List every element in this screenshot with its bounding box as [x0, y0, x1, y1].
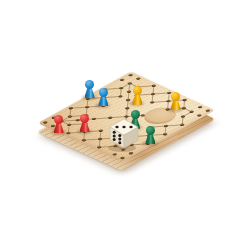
die-pip: [112, 134, 115, 137]
die-pip: [118, 134, 121, 137]
die[interactable]: [108, 117, 142, 153]
peg-head: [171, 92, 180, 101]
die-pip: [118, 137, 121, 140]
scene: [0, 0, 243, 243]
peg-head: [80, 114, 89, 123]
peg-blue[interactable]: [83, 80, 97, 99]
die-pip: [129, 126, 132, 128]
peg-head: [85, 80, 94, 89]
peg-green[interactable]: [143, 126, 157, 145]
die-pip: [115, 126, 118, 128]
track-line: [137, 82, 192, 108]
die-pip: [112, 138, 115, 141]
die-pip: [112, 131, 115, 134]
peg-red[interactable]: [52, 115, 66, 134]
peg-head: [54, 115, 63, 124]
peg-yellow[interactable]: [130, 86, 144, 105]
peg-head: [146, 126, 155, 135]
die-pip: [118, 141, 121, 144]
peg-red[interactable]: [78, 114, 92, 133]
peg-yellow[interactable]: [169, 92, 183, 111]
peg-blue[interactable]: [96, 88, 110, 107]
peg-head: [133, 86, 142, 95]
die-pip: [122, 126, 125, 128]
peg-head: [99, 88, 108, 97]
